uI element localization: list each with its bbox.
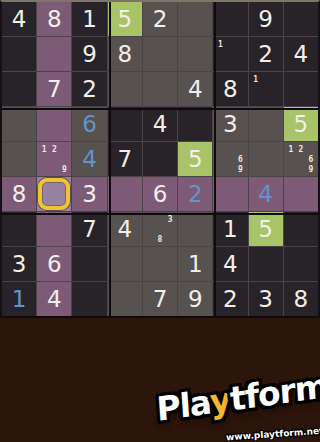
given-digit: 3	[223, 113, 238, 136]
cell-r3c3[interactable]: 2	[72, 72, 106, 106]
cell-r6c7[interactable]	[213, 177, 247, 211]
given-digit: 8	[294, 288, 309, 311]
selection-ring	[38, 178, 70, 210]
cell-r9c7[interactable]: 2	[213, 282, 247, 316]
cell-r4c8[interactable]	[249, 107, 283, 141]
cell-r2c9[interactable]: 4	[284, 37, 318, 71]
block-boundary-line	[214, 2, 216, 316]
cell-r9c6[interactable]: 9	[178, 282, 212, 316]
given-digit: 5	[294, 113, 309, 136]
cell-r8c3[interactable]	[72, 247, 106, 281]
given-digit: 1	[223, 218, 238, 241]
given-digit: 1	[82, 8, 97, 31]
pencil-digit: 9	[235, 164, 245, 174]
pencil-digit: 9	[59, 164, 69, 174]
cell-r3c8[interactable]: 1	[249, 72, 283, 106]
given-digit: 8	[47, 8, 62, 31]
given-digit: 8	[117, 43, 132, 66]
cell-r8c8[interactable]	[249, 247, 283, 281]
user-digit: 6	[82, 113, 97, 136]
cell-r1c5[interactable]: 2	[143, 2, 177, 36]
cell-r4c4[interactable]	[108, 107, 142, 141]
cell-r5c1[interactable]	[2, 142, 36, 176]
cell-r6c1[interactable]: 8	[2, 177, 36, 211]
cell-r6c8[interactable]: 4	[249, 177, 283, 211]
cell-r1c3[interactable]: 1	[72, 2, 106, 36]
user-digit: 1	[12, 288, 27, 311]
given-digit: 7	[153, 288, 168, 311]
cell-r8c2[interactable]: 6	[37, 247, 71, 281]
given-digit: 9	[258, 8, 273, 31]
given-digit: 6	[153, 183, 168, 206]
cell-r9c9[interactable]: 8	[284, 282, 318, 316]
given-digit: 3	[82, 183, 97, 206]
given-digit: 8	[12, 183, 27, 206]
cell-r1c8[interactable]: 9	[249, 2, 283, 36]
cell-r3c9[interactable]	[284, 72, 318, 106]
cell-r6c5[interactable]: 6	[143, 177, 177, 211]
given-digit: 7	[47, 78, 62, 101]
cell-r4c1[interactable]	[2, 107, 36, 141]
cell-r6c4[interactable]	[108, 177, 142, 211]
given-digit: 4	[47, 288, 62, 311]
cell-r2c2[interactable]	[37, 37, 71, 71]
block-boundary-line	[109, 2, 111, 316]
given-digit: 9	[82, 43, 97, 66]
cell-r7c3[interactable]: 7	[72, 212, 106, 246]
pencil-digit: 1	[215, 39, 225, 49]
cell-r3c2[interactable]: 7	[37, 72, 71, 106]
cell-r6c3[interactable]: 3	[72, 177, 106, 211]
cell-r4c7[interactable]: 3	[213, 107, 247, 141]
cell-r9c4[interactable]	[108, 282, 142, 316]
cell-r7c5[interactable]: 38	[143, 212, 177, 246]
cell-r6c6[interactable]: 2	[178, 177, 212, 211]
cell-r4c2[interactable]	[37, 107, 71, 141]
pencil-digit: 2	[296, 144, 306, 154]
pencil-digit: 1	[251, 74, 261, 84]
cell-r9c5[interactable]: 7	[143, 282, 177, 316]
given-digit: 3	[12, 253, 27, 276]
cell-r5c4[interactable]: 7	[108, 142, 142, 176]
user-digit: 4	[258, 183, 273, 206]
cell-r4c5[interactable]: 4	[143, 107, 177, 141]
cell-r7c7[interactable]: 1	[213, 212, 247, 246]
cell-r7c2[interactable]	[37, 212, 71, 246]
sudoku-board: 4815299812472481643512947569126983624743…	[0, 0, 320, 318]
given-digit: 2	[258, 43, 273, 66]
given-digit: 4	[12, 8, 27, 31]
pencil-digit: 6	[235, 154, 245, 164]
cell-r3c1[interactable]	[2, 72, 36, 106]
pencil-marks: 69	[213, 142, 247, 176]
pencil-marks: 1	[249, 72, 283, 106]
given-digit: 4	[223, 253, 238, 276]
cell-r2c7[interactable]: 1	[213, 37, 247, 71]
number-pad: 135 135 123456789	[0, 318, 320, 442]
cell-r5c9[interactable]: 1269	[284, 142, 318, 176]
pencil-digit: 2	[49, 144, 59, 154]
given-digit: 5	[117, 8, 132, 31]
given-digit: 1	[188, 253, 203, 276]
cell-r1c6[interactable]	[178, 2, 212, 36]
cell-r2c6[interactable]	[178, 37, 212, 71]
given-digit: 5	[258, 218, 273, 241]
cell-r7c9[interactable]	[284, 212, 318, 246]
pencil-digit: 9	[306, 164, 316, 174]
given-digit: 4	[294, 43, 309, 66]
cell-r8c9[interactable]	[284, 247, 318, 281]
cell-r2c5[interactable]	[143, 37, 177, 71]
given-digit: 2	[153, 8, 168, 31]
cell-r8c4[interactable]	[108, 247, 142, 281]
pencil-marks: 1	[213, 37, 247, 71]
cell-r5c3[interactable]: 4	[72, 142, 106, 176]
given-digit: 2	[223, 288, 238, 311]
pencil-digit: 1	[39, 144, 49, 154]
given-digit: 7	[82, 218, 97, 241]
given-digit: 3	[258, 288, 273, 311]
cell-r4c6[interactable]	[178, 107, 212, 141]
given-digit: 9	[188, 288, 203, 311]
cell-r9c8[interactable]: 3	[249, 282, 283, 316]
cell-r3c4[interactable]	[108, 72, 142, 106]
pencil-digit: 1	[286, 144, 296, 154]
given-digit: 6	[47, 253, 62, 276]
block-boundary-line	[2, 213, 318, 215]
given-digit: 4	[117, 218, 132, 241]
cell-r4c3[interactable]: 6	[72, 107, 106, 141]
cell-r9c2[interactable]: 4	[37, 282, 71, 316]
cell-r6c2[interactable]	[37, 177, 71, 211]
cell-r1c1[interactable]: 4	[2, 2, 36, 36]
cell-r7c6[interactable]	[178, 212, 212, 246]
cell-r5c6[interactable]: 5	[178, 142, 212, 176]
cell-r9c1[interactable]: 1	[2, 282, 36, 316]
cell-r7c1[interactable]	[2, 212, 36, 246]
user-digit: 2	[188, 183, 203, 206]
pencil-digit: 3	[165, 214, 175, 224]
pencil-marks: 129	[37, 142, 71, 176]
cell-r3c5[interactable]	[143, 72, 177, 106]
cell-r5c7[interactable]: 69	[213, 142, 247, 176]
cell-r9c3[interactable]	[72, 282, 106, 316]
user-digit: 4	[82, 148, 97, 171]
cell-r1c4[interactable]: 5	[108, 2, 142, 36]
cell-r2c1[interactable]	[2, 37, 36, 71]
given-digit: 4	[153, 113, 168, 136]
cell-r2c8[interactable]: 2	[249, 37, 283, 71]
cell-r3c7[interactable]: 8	[213, 72, 247, 106]
given-digit: 4	[188, 78, 203, 101]
given-digit: 8	[223, 78, 238, 101]
pencil-marks: 38	[143, 212, 177, 246]
block-boundary-line	[2, 108, 318, 110]
cell-r1c7[interactable]	[213, 2, 247, 36]
given-digit: 7	[117, 148, 132, 171]
sudoku-app-screen: 4815299812472481643512947569126983624743…	[0, 0, 320, 442]
cell-r8c6[interactable]: 1	[178, 247, 212, 281]
cell-r2c3[interactable]: 9	[72, 37, 106, 71]
cell-r1c2[interactable]: 8	[37, 2, 71, 36]
cell-r3c6[interactable]: 4	[178, 72, 212, 106]
cell-r6c9[interactable]	[284, 177, 318, 211]
pencil-digit: 8	[155, 234, 165, 244]
pencil-marks: 1269	[284, 142, 318, 176]
given-digit: 5	[188, 148, 203, 171]
cell-r1c9[interactable]	[284, 2, 318, 36]
cell-r8c1[interactable]: 3	[2, 247, 36, 281]
cell-r2c4[interactable]: 8	[108, 37, 142, 71]
cell-r5c5[interactable]	[143, 142, 177, 176]
given-digit: 2	[82, 78, 97, 101]
cell-r8c5[interactable]	[143, 247, 177, 281]
cell-r5c8[interactable]	[249, 142, 283, 176]
cell-r4c9[interactable]: 5	[284, 107, 318, 141]
pencil-digit: 6	[306, 154, 316, 164]
cell-r5c2[interactable]: 129	[37, 142, 71, 176]
cell-r7c8[interactable]: 5	[249, 212, 283, 246]
cell-r7c4[interactable]: 4	[108, 212, 142, 246]
cell-r8c7[interactable]: 4	[213, 247, 247, 281]
